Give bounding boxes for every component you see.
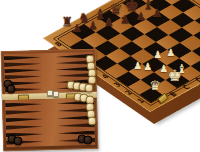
backgammon-checker-light[interactable]	[88, 117, 97, 126]
rank-label: 3	[113, 82, 123, 89]
backgammon-point[interactable]	[5, 117, 42, 122]
backgammon-point[interactable]	[4, 55, 41, 60]
file-label: D	[194, 77, 200, 84]
backgammon-point[interactable]	[6, 124, 43, 129]
backgammon-point[interactable]	[4, 68, 41, 73]
backgammon-checker-light[interactable]	[85, 84, 94, 93]
backgammon-checker-dark[interactable]	[7, 85, 16, 94]
rank-label: 2	[124, 90, 134, 97]
backgammon-point[interactable]	[4, 61, 41, 66]
backgammon-point[interactable]	[5, 109, 42, 114]
backgammon-checker-dark[interactable]	[14, 137, 23, 146]
file-label: B	[168, 91, 179, 98]
rank-label: 8	[54, 42, 64, 49]
backgammon-point[interactable]	[4, 74, 41, 79]
rank-label: 1	[136, 98, 146, 105]
backgammon-point[interactable]	[5, 102, 42, 107]
rank-label: 4	[101, 74, 111, 81]
backgammon-checker-dark[interactable]	[84, 136, 93, 145]
file-label: C	[181, 84, 191, 91]
die-icon[interactable]	[53, 91, 59, 97]
product-photo-scene: 87654321 ABCDEFGH ♜♟♞♟♝♟♛♟♚♟♝♟♟♟♟♟♟♝♚♛	[0, 0, 200, 152]
